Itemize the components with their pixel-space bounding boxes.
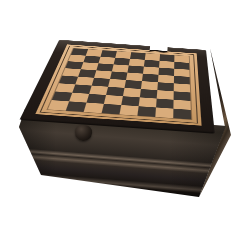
- square-e1: [119, 105, 138, 116]
- product-photo: [0, 0, 250, 244]
- square-f1: [137, 106, 156, 117]
- square-h1: [173, 109, 191, 120]
- board-border: [35, 44, 201, 125]
- lid-top-face: [19, 40, 214, 134]
- box-lid: [36, 0, 215, 170]
- lid-frame: [19, 40, 214, 134]
- square-g1: [155, 107, 173, 118]
- square-d1: [102, 104, 122, 115]
- board-grid: [48, 48, 191, 119]
- lid-notch-icon: [150, 45, 168, 52]
